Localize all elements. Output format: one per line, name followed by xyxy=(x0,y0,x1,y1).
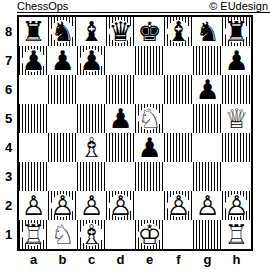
white-pawn: ♙ xyxy=(193,191,222,220)
square-c6[interactable] xyxy=(77,75,106,104)
rank-label-4: 4 xyxy=(0,133,17,162)
square-f3[interactable] xyxy=(164,162,193,191)
square-b2[interactable]: ♙ xyxy=(48,191,77,220)
square-f6[interactable] xyxy=(164,75,193,104)
square-c4[interactable]: ♗ xyxy=(77,133,106,162)
square-c2[interactable]: ♙ xyxy=(77,191,106,220)
square-d7[interactable] xyxy=(106,46,135,75)
square-b7[interactable]: ♟ xyxy=(48,46,77,75)
file-labels: abcdefgh xyxy=(19,252,251,269)
rank-labels: 87654321 xyxy=(0,17,17,249)
white-king: ♔ xyxy=(135,220,164,249)
file-label-b: b xyxy=(48,252,77,269)
copyright: © EUdesign xyxy=(209,0,268,12)
white-pawn: ♙ xyxy=(77,191,106,220)
black-pawn: ♟ xyxy=(222,46,251,75)
rank-label-5: 5 xyxy=(0,104,17,133)
file-label-c: c xyxy=(77,252,106,269)
square-a2[interactable]: ♙ xyxy=(19,191,48,220)
square-g5[interactable] xyxy=(193,104,222,133)
square-d2[interactable]: ♙ xyxy=(106,191,135,220)
file-label-h: h xyxy=(222,252,251,269)
white-rook: ♖ xyxy=(19,220,48,249)
square-g8[interactable]: ♞ xyxy=(193,17,222,46)
chessops-diagram: ChessOps © EUdesign 87654321 ♜♞♝♛♚♝♞♜♟♟♟… xyxy=(0,0,270,270)
square-f1[interactable] xyxy=(164,220,193,249)
file-label-g: g xyxy=(193,252,222,269)
chess-board[interactable]: ♜♞♝♛♚♝♞♜♟♟♟♟♟♟♘♕♗♟♙♙♙♙♙♙♙♖♘♗♔♖ xyxy=(17,15,253,251)
square-d8[interactable]: ♛ xyxy=(106,17,135,46)
black-king: ♚ xyxy=(135,17,164,46)
square-c5[interactable] xyxy=(77,104,106,133)
square-c8[interactable]: ♝ xyxy=(77,17,106,46)
black-pawn: ♟ xyxy=(77,46,106,75)
square-a5[interactable] xyxy=(19,104,48,133)
square-f4[interactable] xyxy=(164,133,193,162)
square-e6[interactable] xyxy=(135,75,164,104)
file-label-a: a xyxy=(19,252,48,269)
rank-label-1: 1 xyxy=(0,220,17,249)
square-e4[interactable]: ♟ xyxy=(135,133,164,162)
white-queen: ♕ xyxy=(222,104,251,133)
square-g7[interactable] xyxy=(193,46,222,75)
square-f2[interactable]: ♙ xyxy=(164,191,193,220)
square-c1[interactable]: ♗ xyxy=(77,220,106,249)
black-knight: ♞ xyxy=(193,17,222,46)
square-g2[interactable]: ♙ xyxy=(193,191,222,220)
square-b8[interactable]: ♞ xyxy=(48,17,77,46)
square-b4[interactable] xyxy=(48,133,77,162)
white-pawn: ♙ xyxy=(164,191,193,220)
rank-label-6: 6 xyxy=(0,75,17,104)
square-h8[interactable]: ♜ xyxy=(222,17,251,46)
square-f7[interactable] xyxy=(164,46,193,75)
white-knight: ♘ xyxy=(135,104,164,133)
square-g1[interactable] xyxy=(193,220,222,249)
square-h2[interactable]: ♙ xyxy=(222,191,251,220)
square-e8[interactable]: ♚ xyxy=(135,17,164,46)
white-pawn: ♙ xyxy=(222,191,251,220)
square-d6[interactable] xyxy=(106,75,135,104)
square-e2[interactable] xyxy=(135,191,164,220)
black-pawn: ♟ xyxy=(106,104,135,133)
square-e5[interactable]: ♘ xyxy=(135,104,164,133)
square-b6[interactable] xyxy=(48,75,77,104)
black-rook: ♜ xyxy=(222,17,251,46)
black-bishop: ♝ xyxy=(77,17,106,46)
square-a8[interactable]: ♜ xyxy=(19,17,48,46)
white-pawn: ♙ xyxy=(106,191,135,220)
square-g4[interactable] xyxy=(193,133,222,162)
square-a6[interactable] xyxy=(19,75,48,104)
black-pawn: ♟ xyxy=(193,75,222,104)
square-a4[interactable] xyxy=(19,133,48,162)
square-e1[interactable]: ♔ xyxy=(135,220,164,249)
square-b1[interactable]: ♘ xyxy=(48,220,77,249)
white-knight: ♘ xyxy=(48,220,77,249)
rank-label-2: 2 xyxy=(0,191,17,220)
square-b5[interactable] xyxy=(48,104,77,133)
black-pawn: ♟ xyxy=(19,46,48,75)
square-d5[interactable]: ♟ xyxy=(106,104,135,133)
square-h5[interactable]: ♕ xyxy=(222,104,251,133)
black-bishop: ♝ xyxy=(164,17,193,46)
square-g3[interactable] xyxy=(193,162,222,191)
square-e3[interactable] xyxy=(135,162,164,191)
file-label-f: f xyxy=(164,252,193,269)
square-f8[interactable]: ♝ xyxy=(164,17,193,46)
file-label-d: d xyxy=(106,252,135,269)
square-g6[interactable]: ♟ xyxy=(193,75,222,104)
black-pawn: ♟ xyxy=(48,46,77,75)
square-d4[interactable] xyxy=(106,133,135,162)
square-d1[interactable] xyxy=(106,220,135,249)
square-b3[interactable] xyxy=(48,162,77,191)
black-queen: ♛ xyxy=(106,17,135,46)
square-h7[interactable]: ♟ xyxy=(222,46,251,75)
black-pawn: ♟ xyxy=(135,133,164,162)
white-pawn: ♙ xyxy=(48,191,77,220)
file-label-e: e xyxy=(135,252,164,269)
square-c7[interactable]: ♟ xyxy=(77,46,106,75)
white-rook: ♖ xyxy=(222,220,251,249)
titlebar: ChessOps © EUdesign xyxy=(17,0,270,13)
square-h6[interactable] xyxy=(222,75,251,104)
square-f5[interactable] xyxy=(164,104,193,133)
square-h3[interactable] xyxy=(222,162,251,191)
rank-label-7: 7 xyxy=(0,46,17,75)
black-rook: ♜ xyxy=(19,17,48,46)
black-knight: ♞ xyxy=(48,17,77,46)
square-c3[interactable] xyxy=(77,162,106,191)
square-a1[interactable]: ♖ xyxy=(19,220,48,249)
square-e7[interactable] xyxy=(135,46,164,75)
app-title: ChessOps xyxy=(17,0,68,12)
square-a7[interactable]: ♟ xyxy=(19,46,48,75)
white-pawn: ♙ xyxy=(19,191,48,220)
square-a3[interactable] xyxy=(19,162,48,191)
rank-label-8: 8 xyxy=(0,17,17,46)
white-bishop: ♗ xyxy=(77,220,106,249)
square-h1[interactable]: ♖ xyxy=(222,220,251,249)
rank-label-3: 3 xyxy=(0,162,17,191)
white-bishop: ♗ xyxy=(77,133,106,162)
square-d3[interactable] xyxy=(106,162,135,191)
square-h4[interactable] xyxy=(222,133,251,162)
